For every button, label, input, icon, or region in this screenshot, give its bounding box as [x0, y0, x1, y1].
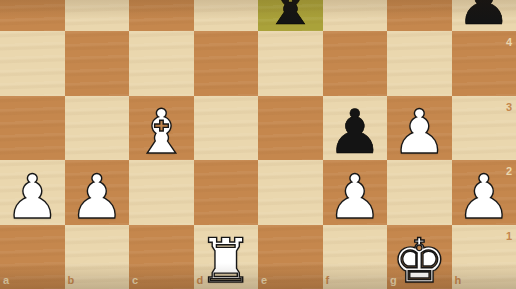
square-h1[interactable]: 1h: [452, 225, 516, 289]
square-a1[interactable]: a: [0, 225, 65, 289]
chess-board: 876♝5♟4♝♟♟3♟♟♟2♟abcd♜efg♚1h: [0, 0, 516, 289]
square-d3[interactable]: [194, 96, 259, 161]
file-label-a: a: [3, 275, 9, 286]
square-c3[interactable]: ♝: [129, 96, 194, 161]
square-d2[interactable]: [194, 160, 259, 225]
file-label-h: h: [455, 275, 462, 286]
file-label-b: b: [68, 275, 75, 286]
square-b2[interactable]: ♟: [65, 160, 130, 225]
square-e2[interactable]: [258, 160, 323, 225]
square-e4[interactable]: [258, 31, 323, 96]
white-pawn-icon[interactable]: ♟: [327, 166, 382, 227]
square-a2[interactable]: ♟: [0, 160, 65, 225]
square-e3[interactable]: [258, 96, 323, 161]
square-b5[interactable]: [65, 0, 130, 31]
square-h4[interactable]: 4: [452, 31, 516, 96]
square-a5[interactable]: [0, 0, 65, 31]
rank-label-1: 1: [506, 231, 512, 242]
black-pawn-icon[interactable]: ♟: [327, 101, 382, 162]
square-b3[interactable]: [65, 96, 130, 161]
square-b4[interactable]: [65, 31, 130, 96]
white-pawn-icon[interactable]: ♟: [69, 166, 124, 227]
white-pawn-icon[interactable]: ♟: [456, 166, 511, 227]
square-f1[interactable]: f: [323, 225, 388, 289]
square-h2[interactable]: 2♟: [452, 160, 516, 225]
black-bishop-icon[interactable]: ♝: [263, 0, 318, 33]
white-pawn-icon[interactable]: ♟: [5, 166, 60, 227]
square-a4[interactable]: [0, 31, 65, 96]
square-e5[interactable]: ♝: [258, 0, 323, 31]
white-king-icon[interactable]: ♚: [392, 230, 447, 289]
white-bishop-icon[interactable]: ♝: [134, 101, 189, 162]
square-h5[interactable]: 5♟: [452, 0, 516, 31]
rank-label-3: 3: [506, 102, 512, 113]
file-label-c: c: [132, 275, 138, 286]
square-c2[interactable]: [129, 160, 194, 225]
square-g4[interactable]: [387, 31, 452, 96]
black-pawn-icon[interactable]: ♟: [456, 0, 511, 33]
white-pawn-icon[interactable]: ♟: [392, 101, 447, 162]
square-h3[interactable]: 3: [452, 96, 516, 161]
square-f4[interactable]: [323, 31, 388, 96]
rank-label-4: 4: [506, 37, 512, 48]
square-f3[interactable]: ♟: [323, 96, 388, 161]
square-c4[interactable]: [129, 31, 194, 96]
square-f2[interactable]: ♟: [323, 160, 388, 225]
square-f5[interactable]: [323, 0, 388, 31]
square-g2[interactable]: [387, 160, 452, 225]
square-g5[interactable]: [387, 0, 452, 31]
square-c5[interactable]: [129, 0, 194, 31]
square-d1[interactable]: d♜: [194, 225, 259, 289]
square-c1[interactable]: c: [129, 225, 194, 289]
file-label-f: f: [326, 275, 330, 286]
white-rook-icon[interactable]: ♜: [198, 230, 253, 289]
chess-board-viewport: 876♝5♟4♝♟♟3♟♟♟2♟abcd♜efg♚1h: [0, 0, 516, 289]
square-e1[interactable]: e: [258, 225, 323, 289]
square-g1[interactable]: g♚: [387, 225, 452, 289]
file-label-e: e: [261, 275, 267, 286]
square-d4[interactable]: [194, 31, 259, 96]
square-d5[interactable]: [194, 0, 259, 31]
square-b1[interactable]: b: [65, 225, 130, 289]
square-g3[interactable]: ♟: [387, 96, 452, 161]
square-a3[interactable]: [0, 96, 65, 161]
